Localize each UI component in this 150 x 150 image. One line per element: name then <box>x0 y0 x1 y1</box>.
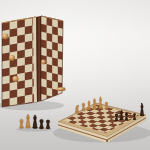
attached-pawn-knob-3 <box>13 76 19 82</box>
attached-pawn-knob-1 <box>3 34 9 40</box>
floor-light-queen <box>25 114 30 128</box>
floor-pieces <box>19 114 50 129</box>
black-king <box>140 103 144 116</box>
product-photo-scene: Wooden folding chess set on a grey studi… <box>0 0 150 150</box>
attached-pawn-knob-2 <box>9 55 15 61</box>
floor-dark-pawn-1 <box>39 119 44 129</box>
wooden-peg-latch <box>56 87 65 91</box>
white-king <box>99 97 103 109</box>
floor-light-pawn <box>19 119 23 128</box>
standing-board-left-panel <box>2 17 37 107</box>
floor-dark-pawn-2 <box>46 120 50 129</box>
white-knight <box>75 105 79 113</box>
chess-set-illustration <box>0 0 150 150</box>
flat-board-clasp <box>106 140 108 142</box>
white-pawn-1 <box>82 103 86 111</box>
standing-folded-board <box>2 16 66 107</box>
attached-pawn-knob-4 <box>41 60 46 65</box>
white-bishop <box>87 101 91 110</box>
floor-dark-queen <box>32 115 37 129</box>
